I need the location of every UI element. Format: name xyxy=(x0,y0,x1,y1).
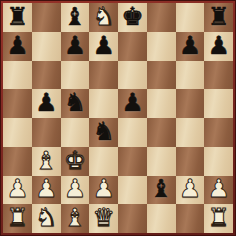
piece-white-king-c3[interactable]: ♚ xyxy=(64,148,86,173)
square-a6[interactable] xyxy=(3,61,32,90)
piece-white-bishop-c1[interactable]: ♝ xyxy=(64,205,86,230)
square-e8[interactable]: ♚ xyxy=(118,3,147,32)
square-g3[interactable] xyxy=(176,147,205,176)
board-frame: ♜♝♞♚♜♟♟♟♟♟♟♞♟♞♝♚♟♟♟♟♝♟♟♜♞♝♛♜ xyxy=(0,0,236,236)
square-a8[interactable]: ♜ xyxy=(3,3,32,32)
square-h7[interactable]: ♟ xyxy=(204,32,233,61)
square-a4[interactable] xyxy=(3,118,32,147)
piece-white-pawn-b2[interactable]: ♟ xyxy=(35,176,57,201)
piece-white-pawn-h2[interactable]: ♟ xyxy=(207,176,229,201)
square-c4[interactable] xyxy=(61,118,90,147)
square-e2[interactable] xyxy=(118,176,147,205)
square-d5[interactable] xyxy=(89,89,118,118)
square-h2[interactable]: ♟ xyxy=(204,176,233,205)
square-g6[interactable] xyxy=(176,61,205,90)
square-d2[interactable]: ♟ xyxy=(89,176,118,205)
square-h8[interactable]: ♜ xyxy=(204,3,233,32)
piece-black-knight-c5[interactable]: ♞ xyxy=(64,90,86,115)
square-d3[interactable] xyxy=(89,147,118,176)
square-f1[interactable] xyxy=(147,204,176,233)
square-b1[interactable]: ♞ xyxy=(32,204,61,233)
square-d1[interactable]: ♛ xyxy=(89,204,118,233)
piece-black-pawn-b5[interactable]: ♟ xyxy=(35,90,57,115)
piece-white-pawn-g2[interactable]: ♟ xyxy=(179,176,201,201)
square-e6[interactable] xyxy=(118,61,147,90)
square-g2[interactable]: ♟ xyxy=(176,176,205,205)
square-f2[interactable]: ♝ xyxy=(147,176,176,205)
square-h6[interactable] xyxy=(204,61,233,90)
square-a3[interactable] xyxy=(3,147,32,176)
square-h1[interactable]: ♜ xyxy=(204,204,233,233)
square-h5[interactable] xyxy=(204,89,233,118)
square-b6[interactable] xyxy=(32,61,61,90)
square-b5[interactable]: ♟ xyxy=(32,89,61,118)
square-g8[interactable] xyxy=(176,3,205,32)
piece-white-knight-d8[interactable]: ♞ xyxy=(92,4,114,29)
chess-board: ♜♝♞♚♜♟♟♟♟♟♟♞♟♞♝♚♟♟♟♟♝♟♟♜♞♝♛♜ xyxy=(3,3,233,233)
piece-black-pawn-c7[interactable]: ♟ xyxy=(64,33,86,58)
square-e3[interactable] xyxy=(118,147,147,176)
piece-black-pawn-g7[interactable]: ♟ xyxy=(179,33,201,58)
square-d7[interactable]: ♟ xyxy=(89,32,118,61)
piece-black-king-e8[interactable]: ♚ xyxy=(121,4,143,29)
square-b7[interactable] xyxy=(32,32,61,61)
square-c5[interactable]: ♞ xyxy=(61,89,90,118)
square-f6[interactable] xyxy=(147,61,176,90)
piece-black-pawn-d7[interactable]: ♟ xyxy=(92,33,114,58)
square-c2[interactable]: ♟ xyxy=(61,176,90,205)
square-g5[interactable] xyxy=(176,89,205,118)
piece-white-rook-a1[interactable]: ♜ xyxy=(6,205,28,230)
piece-white-pawn-d2[interactable]: ♟ xyxy=(92,176,114,201)
square-f8[interactable] xyxy=(147,3,176,32)
square-f7[interactable] xyxy=(147,32,176,61)
square-g4[interactable] xyxy=(176,118,205,147)
piece-white-bishop-b3[interactable]: ♝ xyxy=(35,148,57,173)
piece-black-bishop-c8[interactable]: ♝ xyxy=(64,4,86,29)
square-g1[interactable] xyxy=(176,204,205,233)
square-h3[interactable] xyxy=(204,147,233,176)
square-a5[interactable] xyxy=(3,89,32,118)
square-c3[interactable]: ♚ xyxy=(61,147,90,176)
piece-white-knight-b1[interactable]: ♞ xyxy=(35,205,57,230)
square-a7[interactable]: ♟ xyxy=(3,32,32,61)
piece-white-queen-d1[interactable]: ♛ xyxy=(92,205,114,230)
piece-black-pawn-e5[interactable]: ♟ xyxy=(121,90,143,115)
piece-black-pawn-a7[interactable]: ♟ xyxy=(6,33,28,58)
square-c8[interactable]: ♝ xyxy=(61,3,90,32)
square-e5[interactable]: ♟ xyxy=(118,89,147,118)
piece-white-pawn-c2[interactable]: ♟ xyxy=(64,176,86,201)
piece-black-pawn-h7[interactable]: ♟ xyxy=(207,33,229,58)
square-h4[interactable] xyxy=(204,118,233,147)
square-c1[interactable]: ♝ xyxy=(61,204,90,233)
square-e4[interactable] xyxy=(118,118,147,147)
piece-white-rook-h1[interactable]: ♜ xyxy=(207,205,229,230)
square-f5[interactable] xyxy=(147,89,176,118)
piece-black-knight-d4[interactable]: ♞ xyxy=(92,119,114,144)
square-c7[interactable]: ♟ xyxy=(61,32,90,61)
square-a1[interactable]: ♜ xyxy=(3,204,32,233)
square-a2[interactable]: ♟ xyxy=(3,176,32,205)
square-b8[interactable] xyxy=(32,3,61,32)
square-b2[interactable]: ♟ xyxy=(32,176,61,205)
square-b4[interactable] xyxy=(32,118,61,147)
square-b3[interactable]: ♝ xyxy=(32,147,61,176)
square-f4[interactable] xyxy=(147,118,176,147)
square-c6[interactable] xyxy=(61,61,90,90)
piece-white-pawn-a2[interactable]: ♟ xyxy=(6,176,28,201)
square-d6[interactable] xyxy=(89,61,118,90)
piece-black-rook-a8[interactable]: ♜ xyxy=(6,4,28,29)
square-d8[interactable]: ♞ xyxy=(89,3,118,32)
square-e1[interactable] xyxy=(118,204,147,233)
piece-black-bishop-f2[interactable]: ♝ xyxy=(150,176,172,201)
square-g7[interactable]: ♟ xyxy=(176,32,205,61)
square-d4[interactable]: ♞ xyxy=(89,118,118,147)
square-f3[interactable] xyxy=(147,147,176,176)
square-e7[interactable] xyxy=(118,32,147,61)
piece-black-rook-h8[interactable]: ♜ xyxy=(207,4,229,29)
